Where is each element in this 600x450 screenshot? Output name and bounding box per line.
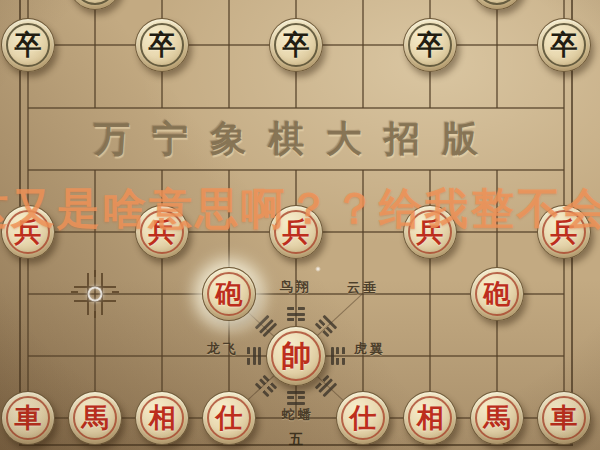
yin-line: [247, 347, 250, 365]
piece-character: 兵: [404, 206, 456, 258]
yin-line: [287, 318, 305, 321]
crosshair-ring: [88, 287, 103, 302]
piece-red-elephant[interactable]: 相: [135, 391, 189, 445]
yin-line: [342, 347, 345, 365]
piece-red-soldier[interactable]: 兵: [1, 205, 55, 259]
piece-character: 卒: [270, 19, 322, 71]
piece-red-chariot[interactable]: 車: [537, 391, 591, 445]
piece-black-soldier[interactable]: 卒: [537, 18, 591, 72]
piece-character: 卒: [2, 19, 54, 71]
piece-character: 砲: [471, 268, 523, 320]
piece-red-soldier[interactable]: 兵: [269, 205, 323, 259]
yin-line: [287, 397, 305, 400]
yang-line: [287, 391, 305, 394]
file-number-label: 五: [289, 431, 303, 449]
formation-label-s: 蛇蟠: [282, 406, 314, 424]
trigram-kan-icon: [287, 307, 305, 321]
formation-label-ne: 云垂: [347, 279, 379, 297]
piece-character: 卒: [404, 19, 456, 71]
piece-black-soldier[interactable]: 卒: [135, 18, 189, 72]
piece-character: 兵: [270, 206, 322, 258]
piece-character: 砲: [471, 0, 523, 9]
yin-line: [287, 307, 305, 310]
piece-black-soldier[interactable]: 卒: [403, 18, 457, 72]
piece-character: 兵: [136, 206, 188, 258]
piece-red-soldier[interactable]: 兵: [403, 205, 457, 259]
formation-label-n: 鸟翔: [280, 278, 312, 296]
piece-character: 仕: [203, 392, 255, 444]
piece-character: 卒: [136, 19, 188, 71]
piece-character: 車: [538, 392, 590, 444]
piece-black-cannon[interactable]: 砲: [68, 0, 122, 10]
trigram-zhen-icon: [331, 347, 345, 365]
piece-character: 兵: [538, 206, 590, 258]
river-watermark-text: 万宁象棋大招版: [94, 119, 500, 159]
piece-red-general[interactable]: 帥: [266, 326, 326, 386]
piece-red-advisor[interactable]: 仕: [202, 391, 256, 445]
piece-character: 車: [2, 392, 54, 444]
piece-character: 仕: [337, 392, 389, 444]
piece-black-soldier[interactable]: 卒: [1, 18, 55, 72]
piece-character: 兵: [2, 206, 54, 258]
piece-character: 帥: [267, 327, 325, 385]
piece-red-advisor[interactable]: 仕: [336, 391, 390, 445]
yang-line: [331, 347, 334, 365]
piece-black-cannon[interactable]: 砲: [470, 0, 524, 10]
piece-black-soldier[interactable]: 卒: [269, 18, 323, 72]
piece-red-horse[interactable]: 馬: [68, 391, 122, 445]
piece-character: 卒: [538, 19, 590, 71]
yang-line: [258, 347, 261, 365]
piece-character: 馬: [69, 392, 121, 444]
piece-character: 相: [404, 392, 456, 444]
trigram-dui-icon: [247, 347, 261, 365]
piece-red-cannon[interactable]: 砲: [202, 267, 256, 321]
formation-label-w: 龙飞: [207, 340, 239, 358]
yin-line: [337, 347, 340, 365]
trigram-li-icon: [287, 391, 305, 405]
sparkle-glint: [315, 266, 321, 272]
piece-red-cannon[interactable]: 砲: [470, 267, 524, 321]
formation-label-e: 虎翼: [354, 340, 386, 358]
yang-line: [253, 347, 256, 365]
piece-character: 馬: [471, 392, 523, 444]
piece-character: 相: [136, 392, 188, 444]
piece-character: 砲: [69, 0, 121, 9]
piece-red-elephant[interactable]: 相: [403, 391, 457, 445]
move-origin-crosshair: [71, 270, 119, 318]
piece-red-horse[interactable]: 馬: [470, 391, 524, 445]
piece-red-soldier[interactable]: 兵: [537, 205, 591, 259]
piece-red-soldier[interactable]: 兵: [135, 205, 189, 259]
yang-line: [287, 313, 305, 316]
yang-line: [287, 402, 305, 405]
piece-character: 砲: [203, 268, 255, 320]
board-surface[interactable]: 万宁象棋大招版 鸟翔云垂龙飞虎翼蛇蟠 五 砲砲卒卒卒卒卒兵兵兵兵兵砲砲帥車馬相仕…: [0, 0, 600, 450]
piece-red-chariot[interactable]: 車: [1, 391, 55, 445]
